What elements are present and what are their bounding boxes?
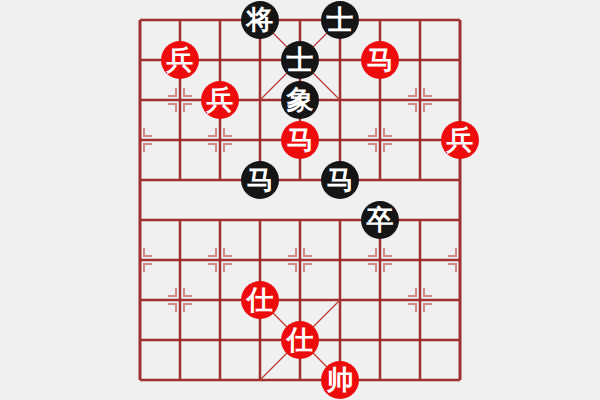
piece-black-elephant[interactable]: 象 <box>281 81 319 119</box>
piece-red-soldier-3[interactable]: 兵 <box>441 121 479 159</box>
piece-red-advisor-2[interactable]: 仕 <box>281 321 319 359</box>
xiangqi-diagram: 将士兵士马兵象马兵马马卒仕仕帅 <box>0 0 600 400</box>
piece-red-soldier-2[interactable]: 兵 <box>201 81 239 119</box>
piece-black-horse-1[interactable]: 马 <box>241 161 279 199</box>
piece-black-advisor-2[interactable]: 士 <box>281 41 319 79</box>
piece-black-horse-2[interactable]: 马 <box>321 161 359 199</box>
xiangqi-pieces-layer: 将士兵士马兵象马兵马马卒仕仕帅 <box>120 0 480 400</box>
piece-red-general[interactable]: 帅 <box>321 361 359 399</box>
piece-red-advisor-1[interactable]: 仕 <box>241 281 279 319</box>
piece-black-advisor-1[interactable]: 士 <box>321 1 359 39</box>
piece-red-soldier-1[interactable]: 兵 <box>161 41 199 79</box>
piece-red-horse-2[interactable]: 马 <box>281 121 319 159</box>
piece-red-horse-1[interactable]: 马 <box>361 41 399 79</box>
piece-black-general[interactable]: 将 <box>241 1 279 39</box>
piece-black-soldier[interactable]: 卒 <box>361 201 399 239</box>
